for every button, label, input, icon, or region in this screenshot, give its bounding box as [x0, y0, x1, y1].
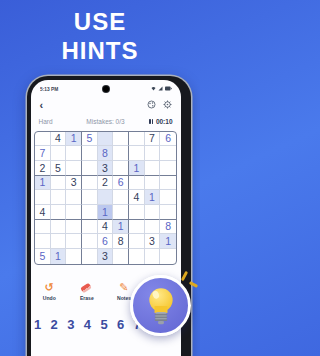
wifi-icon — [151, 86, 156, 91]
sudoku-cell[interactable]: 5 — [35, 249, 51, 264]
sudoku-cell[interactable] — [82, 161, 98, 176]
sudoku-cell[interactable]: 5 — [51, 161, 67, 176]
sudoku-cell[interactable] — [113, 161, 129, 176]
camera-punch-hole — [103, 86, 109, 92]
sudoku-cell[interactable] — [145, 176, 161, 191]
sudoku-cell[interactable] — [66, 220, 82, 235]
sudoku-cell[interactable] — [35, 220, 51, 235]
toolbar: ↺ Undo Erase ✎ Notes — [31, 282, 143, 302]
sudoku-cell[interactable] — [145, 249, 161, 264]
eraser-icon — [81, 282, 93, 292]
sudoku-cell[interactable] — [66, 249, 82, 264]
mistakes-counter: Mistakes: 0/3 — [83, 118, 128, 125]
lightbulb-icon — [142, 285, 180, 327]
sudoku-cell[interactable] — [51, 176, 67, 191]
sudoku-cell[interactable]: 1 — [113, 220, 129, 235]
sudoku-cell[interactable] — [113, 146, 129, 161]
sudoku-cell[interactable]: 2 — [35, 161, 51, 176]
sudoku-cell[interactable]: 1 — [66, 132, 82, 147]
sudoku-cell[interactable]: 7 — [145, 132, 161, 147]
numpad-4[interactable]: 4 — [82, 317, 92, 332]
sudoku-cell[interactable]: 6 — [98, 234, 114, 249]
sudoku-cell[interactable] — [82, 205, 98, 220]
ad-banner: USE HINTS — [0, 7, 200, 65]
sudoku-cell[interactable] — [129, 234, 145, 249]
sudoku-cell[interactable] — [35, 234, 51, 249]
ad-banner-line2: HINTS — [0, 36, 200, 65]
sudoku-cell[interactable]: 4 — [35, 205, 51, 220]
signal-icon — [158, 86, 163, 91]
sudoku-cell[interactable] — [145, 220, 161, 235]
notes-label: Notes — [117, 295, 131, 300]
sudoku-cell[interactable]: 3 — [98, 249, 114, 264]
sudoku-cell[interactable] — [51, 220, 67, 235]
status-time: 5:13 PM — [40, 86, 58, 91]
sudoku-cell[interactable] — [82, 234, 98, 249]
sudoku-cell[interactable]: 1 — [35, 176, 51, 191]
timer-value: 00:10 — [156, 118, 173, 125]
sudoku-cell[interactable] — [129, 249, 145, 264]
sudoku-cell[interactable]: 8 — [160, 220, 176, 235]
sudoku-cell[interactable] — [145, 161, 161, 176]
sudoku-cell[interactable]: 4 — [98, 220, 114, 235]
sudoku-cell[interactable]: 4 — [51, 132, 67, 147]
sudoku-cell[interactable]: 5 — [82, 132, 98, 147]
sudoku-cell[interactable] — [113, 132, 129, 147]
numpad-1[interactable]: 1 — [33, 317, 43, 332]
difficulty-label: Hard — [39, 118, 84, 125]
sudoku-cell[interactable] — [98, 190, 114, 205]
erase-button[interactable]: Erase — [68, 282, 105, 302]
sudoku-cell[interactable] — [129, 146, 145, 161]
sudoku-cell[interactable] — [160, 161, 176, 176]
sudoku-cell[interactable]: 2 — [98, 176, 114, 191]
sudoku-cell[interactable]: 1 — [51, 249, 67, 264]
sudoku-cell[interactable] — [98, 132, 114, 147]
undo-arrow-icon: ↺ — [45, 282, 54, 293]
sudoku-cell[interactable] — [113, 249, 129, 264]
sudoku-cell[interactable]: 3 — [145, 234, 161, 249]
sudoku-cell[interactable]: 7 — [35, 146, 51, 161]
ad-banner-line1: USE — [0, 7, 200, 36]
palette-icon[interactable] — [147, 100, 156, 109]
numpad-5[interactable]: 5 — [99, 317, 109, 332]
sudoku-cell[interactable] — [129, 205, 145, 220]
sudoku-cell[interactable] — [160, 249, 176, 264]
sudoku-cell[interactable]: 6 — [160, 132, 176, 147]
pause-icon[interactable] — [149, 119, 153, 124]
numpad-2[interactable]: 2 — [49, 317, 59, 332]
sudoku-cell[interactable] — [160, 146, 176, 161]
sudoku-cell[interactable] — [113, 205, 129, 220]
sudoku-cell[interactable] — [82, 176, 98, 191]
sudoku-cell[interactable]: 1 — [145, 190, 161, 205]
sudoku-cell[interactable] — [129, 132, 145, 147]
sudoku-cell[interactable] — [82, 249, 98, 264]
pencil-icon: ✎ — [119, 282, 128, 293]
sudoku-cell[interactable] — [66, 190, 82, 205]
battery-icon — [165, 86, 172, 91]
sudoku-cell[interactable]: 1 — [160, 234, 176, 249]
undo-button[interactable]: ↺ Undo — [31, 282, 68, 302]
sudoku-cell[interactable]: 1 — [98, 205, 114, 220]
game-info-row: Hard Mistakes: 0/3 00:10 — [31, 117, 181, 127]
app-bar: ‹ — [31, 99, 181, 111]
sudoku-cell[interactable] — [82, 146, 98, 161]
sudoku-cell[interactable] — [160, 190, 176, 205]
sudoku-cell[interactable] — [66, 161, 82, 176]
sudoku-board: 41576782531132641414186831513 — [34, 131, 177, 265]
sudoku-cell[interactable] — [51, 146, 67, 161]
sudoku-cell[interactable] — [51, 205, 67, 220]
sudoku-cell[interactable]: 8 — [113, 234, 129, 249]
sudoku-cell[interactable] — [35, 132, 51, 147]
sudoku-cell[interactable] — [35, 190, 51, 205]
sudoku-cell[interactable] — [51, 234, 67, 249]
sudoku-cell[interactable] — [160, 205, 176, 220]
sudoku-cell[interactable] — [82, 220, 98, 235]
sudoku-cell[interactable]: 4 — [129, 190, 145, 205]
sudoku-cell[interactable] — [145, 205, 161, 220]
numpad-3[interactable]: 3 — [66, 317, 76, 332]
sudoku-cell[interactable] — [160, 176, 176, 191]
undo-label: Undo — [43, 295, 56, 300]
sudoku-cell[interactable]: 8 — [98, 146, 114, 161]
sudoku-cell[interactable] — [129, 220, 145, 235]
sudoku-cell[interactable]: 3 — [66, 176, 82, 191]
sudoku-cell[interactable] — [113, 190, 129, 205]
numpad-6[interactable]: 6 — [116, 317, 126, 332]
status-bar: 5:13 PM — [31, 84, 181, 94]
erase-label: Erase — [80, 295, 94, 300]
sudoku-cell[interactable] — [66, 205, 82, 220]
sudoku-cell[interactable] — [66, 146, 82, 161]
hint-lightbulb-badge — [130, 275, 191, 336]
sudoku-cell[interactable]: 6 — [113, 176, 129, 191]
sudoku-cell[interactable] — [82, 190, 98, 205]
sudoku-cell[interactable] — [66, 234, 82, 249]
settings-gear-icon[interactable] — [163, 100, 172, 109]
sudoku-cell[interactable]: 1 — [129, 161, 145, 176]
sudoku-cell[interactable]: 3 — [98, 161, 114, 176]
sudoku-cell[interactable] — [145, 146, 161, 161]
back-chevron-icon[interactable]: ‹ — [40, 100, 44, 110]
sudoku-cell[interactable] — [129, 176, 145, 191]
sudoku-cell[interactable] — [51, 190, 67, 205]
